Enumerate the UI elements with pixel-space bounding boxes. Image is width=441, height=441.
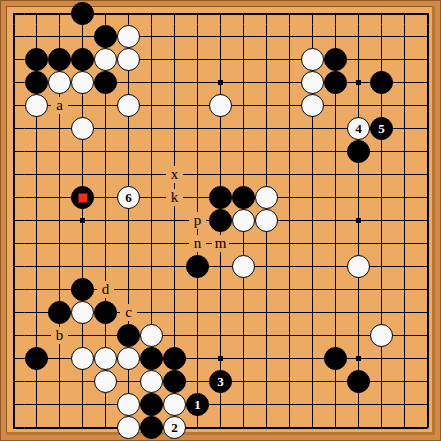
board-intersection	[347, 186, 370, 209]
board-intersection	[209, 2, 232, 25]
board-intersection	[140, 140, 163, 163]
board-intersection	[209, 25, 232, 48]
board-intersection	[25, 209, 48, 232]
numbered-white-stone: 4	[347, 117, 370, 140]
board-intersection	[301, 140, 324, 163]
board-intersection	[25, 393, 48, 416]
board-intersection	[2, 255, 25, 278]
board-intersection	[209, 163, 232, 186]
board-intersection	[25, 2, 48, 25]
board-intersection	[393, 94, 416, 117]
white-stone	[117, 25, 140, 48]
board-intersection	[209, 278, 232, 301]
board-intersection	[347, 209, 370, 232]
board-intersection	[71, 2, 94, 25]
board-intersection	[140, 163, 163, 186]
board-intersection	[278, 140, 301, 163]
board-intersection	[416, 301, 439, 324]
board-intersection	[370, 232, 393, 255]
board-intersection	[416, 416, 439, 439]
board-intersection	[255, 347, 278, 370]
white-stone	[48, 71, 71, 94]
board-intersection	[370, 94, 393, 117]
board-intersection	[278, 278, 301, 301]
board-intersection	[2, 2, 25, 25]
board-intersection	[71, 301, 94, 324]
board-intersection	[2, 209, 25, 232]
board-intersection	[255, 324, 278, 347]
board-intersection	[324, 301, 347, 324]
board-intersection	[370, 301, 393, 324]
board-intersection	[117, 163, 140, 186]
board-intersection	[393, 48, 416, 71]
board-intersection	[370, 278, 393, 301]
board-intersection	[347, 71, 370, 94]
white-stone	[117, 48, 140, 71]
board-intersection	[278, 25, 301, 48]
white-stone	[140, 370, 163, 393]
board-intersection	[301, 347, 324, 370]
board-intersection	[416, 117, 439, 140]
board-intersection	[324, 140, 347, 163]
board-intersection	[347, 324, 370, 347]
board-intersection	[278, 347, 301, 370]
board-intersection	[209, 209, 232, 232]
board-intersection	[416, 71, 439, 94]
board-intersection	[209, 117, 232, 140]
board-intersection	[416, 48, 439, 71]
white-stone	[117, 347, 140, 370]
board-intersection	[117, 209, 140, 232]
board-intersection	[209, 301, 232, 324]
board-intersection	[255, 301, 278, 324]
board-intersection	[416, 186, 439, 209]
white-stone	[301, 94, 324, 117]
board-intersection	[94, 301, 117, 324]
board-intersection	[416, 25, 439, 48]
board-intersection	[25, 48, 48, 71]
board-intersection	[186, 94, 209, 117]
board-intersection	[232, 209, 255, 232]
board-intersection	[393, 71, 416, 94]
board-intersection	[163, 117, 186, 140]
board-intersection	[94, 140, 117, 163]
point-label-d: d	[97, 281, 114, 298]
white-stone	[71, 71, 94, 94]
board-intersection	[278, 48, 301, 71]
board-intersection	[140, 324, 163, 347]
board-intersection	[324, 48, 347, 71]
board-intersection	[71, 347, 94, 370]
board-intersection	[117, 370, 140, 393]
board-intersection	[140, 94, 163, 117]
board-intersection	[2, 94, 25, 117]
board-intersection	[370, 347, 393, 370]
board-intersection	[232, 416, 255, 439]
board-intersection	[71, 25, 94, 48]
board-intersection	[48, 71, 71, 94]
board-intersection	[117, 71, 140, 94]
board-intersection	[48, 370, 71, 393]
board-intersection	[232, 48, 255, 71]
white-stone	[25, 94, 48, 117]
board-intersection	[186, 370, 209, 393]
board-intersection	[186, 255, 209, 278]
board-intersection	[347, 94, 370, 117]
board-intersection	[301, 94, 324, 117]
board-intersection	[186, 347, 209, 370]
white-stone	[301, 71, 324, 94]
black-stone	[25, 71, 48, 94]
board-intersection	[94, 48, 117, 71]
board-intersection	[370, 370, 393, 393]
board-intersection	[140, 209, 163, 232]
board-intersection	[301, 324, 324, 347]
board-intersection	[416, 232, 439, 255]
board-intersection	[2, 163, 25, 186]
board-intersection	[94, 94, 117, 117]
black-stone	[117, 324, 140, 347]
board-intersection	[71, 94, 94, 117]
board-intersection	[255, 2, 278, 25]
black-stone	[140, 416, 163, 439]
board-intersection	[255, 25, 278, 48]
board-intersection	[163, 324, 186, 347]
board-intersection	[117, 25, 140, 48]
board-intersection	[301, 278, 324, 301]
board-intersection	[186, 48, 209, 71]
black-stone	[163, 347, 186, 370]
board-intersection: 4	[347, 117, 370, 140]
board-intersection	[347, 278, 370, 301]
board-intersection	[71, 393, 94, 416]
board-intersection	[71, 71, 94, 94]
board-intersection	[255, 94, 278, 117]
board-intersection	[278, 393, 301, 416]
board-intersection	[2, 324, 25, 347]
board-intersection	[140, 416, 163, 439]
board-intersection	[48, 301, 71, 324]
black-stone	[25, 347, 48, 370]
numbered-white-stone: 6	[117, 186, 140, 209]
star-point	[80, 218, 85, 223]
board-intersection	[94, 416, 117, 439]
board-intersection	[232, 255, 255, 278]
board-intersection	[117, 324, 140, 347]
board-intersection	[278, 209, 301, 232]
board-intersection	[140, 117, 163, 140]
board-intersection: 6	[117, 186, 140, 209]
board-intersection	[324, 347, 347, 370]
board-intersection	[232, 393, 255, 416]
board-intersection	[324, 324, 347, 347]
board-intersection	[25, 163, 48, 186]
board-intersection	[347, 255, 370, 278]
board-intersection	[48, 2, 71, 25]
board-intersection	[278, 71, 301, 94]
white-stone	[71, 301, 94, 324]
board-intersection	[25, 25, 48, 48]
star-point	[218, 356, 223, 361]
board-intersection	[209, 393, 232, 416]
white-stone	[94, 370, 117, 393]
board-intersection	[255, 255, 278, 278]
board-intersection	[301, 163, 324, 186]
board-intersection	[347, 2, 370, 25]
board-intersection: m	[209, 232, 232, 255]
board-intersection	[347, 163, 370, 186]
board-intersection	[347, 140, 370, 163]
board-intersection	[25, 232, 48, 255]
board-intersection	[393, 301, 416, 324]
board-intersection	[416, 255, 439, 278]
black-stone	[186, 255, 209, 278]
board-intersection	[71, 140, 94, 163]
board-intersection	[117, 48, 140, 71]
white-stone	[347, 255, 370, 278]
board-intersection	[163, 48, 186, 71]
board-intersection	[71, 416, 94, 439]
board-intersection	[255, 232, 278, 255]
board-intersection	[301, 2, 324, 25]
board-intersection: p	[186, 209, 209, 232]
board-intersection	[48, 393, 71, 416]
board-intersection	[209, 71, 232, 94]
numbered-black-stone: 3	[209, 370, 232, 393]
board-intersection	[324, 416, 347, 439]
board-intersection	[255, 416, 278, 439]
board-intersection	[94, 186, 117, 209]
board-intersection	[370, 140, 393, 163]
board-intersection	[393, 347, 416, 370]
board-intersection	[48, 232, 71, 255]
board-intersection	[301, 209, 324, 232]
white-stone	[209, 94, 232, 117]
board-intersection	[370, 416, 393, 439]
board-intersection	[71, 232, 94, 255]
board-intersection	[232, 140, 255, 163]
board-intersection	[278, 370, 301, 393]
white-stone	[71, 347, 94, 370]
black-stone	[71, 2, 94, 25]
board-intersection	[140, 2, 163, 25]
board-intersection	[347, 232, 370, 255]
board-intersection	[255, 163, 278, 186]
board-intersection	[163, 140, 186, 163]
board-intersection	[186, 2, 209, 25]
numbered-black-stone: 5	[370, 117, 393, 140]
board-intersection	[163, 301, 186, 324]
board-intersection	[301, 301, 324, 324]
board-intersection	[278, 186, 301, 209]
red-square-marker	[79, 194, 87, 202]
board-intersection	[186, 140, 209, 163]
go-board: a45x6kpnmdcb312	[0, 0, 441, 441]
board-intersection	[393, 140, 416, 163]
board-intersection	[140, 186, 163, 209]
board-intersection	[2, 232, 25, 255]
board-intersection	[347, 370, 370, 393]
board-intersection	[94, 209, 117, 232]
board-intersection	[163, 94, 186, 117]
board-intersection	[117, 2, 140, 25]
board-intersection	[370, 186, 393, 209]
board-intersection	[140, 393, 163, 416]
board-intersection	[140, 278, 163, 301]
board-intersection	[48, 163, 71, 186]
board-intersection	[25, 117, 48, 140]
board-intersection	[2, 301, 25, 324]
board-intersection	[71, 163, 94, 186]
board-intersection	[232, 347, 255, 370]
board-intersection	[393, 163, 416, 186]
board-intersection	[232, 278, 255, 301]
board-intersection	[186, 163, 209, 186]
board-intersection	[71, 186, 94, 209]
white-stone	[232, 209, 255, 232]
black-stone	[94, 71, 117, 94]
board-intersection	[416, 94, 439, 117]
board-intersection	[2, 48, 25, 71]
board-intersection	[186, 186, 209, 209]
board-intersection	[117, 393, 140, 416]
board-intersection	[94, 255, 117, 278]
board-intersection: 5	[370, 117, 393, 140]
board-intersection	[393, 370, 416, 393]
board-intersection	[255, 209, 278, 232]
board-intersection	[117, 278, 140, 301]
board-intersection	[324, 370, 347, 393]
board-intersection	[94, 370, 117, 393]
board-intersection	[416, 347, 439, 370]
board-intersection	[140, 301, 163, 324]
board-intersection	[278, 232, 301, 255]
board-intersection	[209, 347, 232, 370]
board-intersection	[232, 163, 255, 186]
board-intersection	[71, 209, 94, 232]
board-intersection	[163, 278, 186, 301]
board-intersection: d	[94, 278, 117, 301]
numbered-black-stone: 1	[186, 393, 209, 416]
board-intersection	[255, 393, 278, 416]
board-intersection	[117, 94, 140, 117]
white-stone	[94, 347, 117, 370]
board-intersection	[370, 48, 393, 71]
board-intersection	[393, 209, 416, 232]
board-intersection	[324, 186, 347, 209]
board-intersection	[324, 393, 347, 416]
board-intersection	[416, 324, 439, 347]
board-intersection	[117, 117, 140, 140]
board-intersection	[94, 393, 117, 416]
board-intersection	[71, 255, 94, 278]
go-board-grid: a45x6kpnmdcb312	[2, 2, 439, 439]
board-intersection	[347, 48, 370, 71]
white-stone	[255, 209, 278, 232]
board-intersection	[94, 163, 117, 186]
board-intersection	[186, 278, 209, 301]
move-number-label: 4	[355, 122, 362, 135]
board-intersection	[232, 71, 255, 94]
numbered-white-stone: 2	[163, 416, 186, 439]
board-intersection	[94, 2, 117, 25]
white-stone	[71, 117, 94, 140]
board-intersection	[301, 25, 324, 48]
board-intersection	[393, 2, 416, 25]
board-intersection	[117, 232, 140, 255]
board-intersection	[416, 2, 439, 25]
board-intersection	[209, 416, 232, 439]
board-intersection	[140, 48, 163, 71]
board-intersection	[393, 186, 416, 209]
board-intersection	[393, 324, 416, 347]
board-intersection	[324, 209, 347, 232]
board-intersection	[324, 25, 347, 48]
board-intersection	[370, 71, 393, 94]
board-intersection: 1	[186, 393, 209, 416]
marked-black-stone	[71, 186, 94, 209]
board-intersection	[25, 186, 48, 209]
board-intersection	[2, 25, 25, 48]
board-intersection	[324, 94, 347, 117]
board-intersection	[48, 347, 71, 370]
board-intersection	[370, 255, 393, 278]
black-stone	[370, 71, 393, 94]
board-intersection	[163, 2, 186, 25]
board-intersection	[186, 117, 209, 140]
board-intersection	[48, 209, 71, 232]
board-intersection	[163, 232, 186, 255]
board-intersection	[324, 278, 347, 301]
board-intersection	[255, 140, 278, 163]
board-intersection	[278, 301, 301, 324]
board-intersection	[301, 117, 324, 140]
board-intersection	[393, 232, 416, 255]
board-intersection	[278, 416, 301, 439]
board-intersection	[25, 370, 48, 393]
white-stone	[370, 324, 393, 347]
board-intersection	[393, 117, 416, 140]
board-intersection	[255, 117, 278, 140]
board-intersection	[209, 324, 232, 347]
board-intersection	[232, 324, 255, 347]
board-intersection	[278, 117, 301, 140]
white-stone	[140, 324, 163, 347]
board-intersection: c	[117, 301, 140, 324]
board-intersection	[393, 278, 416, 301]
board-intersection	[25, 71, 48, 94]
board-intersection	[48, 416, 71, 439]
board-intersection	[347, 301, 370, 324]
board-intersection	[2, 416, 25, 439]
board-intersection	[186, 301, 209, 324]
board-intersection	[209, 48, 232, 71]
white-stone	[117, 416, 140, 439]
board-intersection	[255, 278, 278, 301]
board-intersection	[25, 347, 48, 370]
board-intersection	[117, 416, 140, 439]
board-intersection	[393, 416, 416, 439]
board-intersection	[48, 48, 71, 71]
board-intersection	[347, 347, 370, 370]
point-label-p: p	[189, 212, 206, 229]
board-intersection	[48, 117, 71, 140]
black-stone	[347, 140, 370, 163]
move-number-label: 2	[171, 421, 178, 434]
board-intersection: a	[48, 94, 71, 117]
board-intersection	[140, 25, 163, 48]
board-intersection	[278, 94, 301, 117]
